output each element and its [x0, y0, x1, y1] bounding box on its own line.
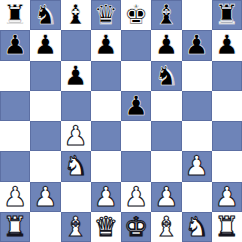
black-pawn-a7: ♟	[3, 30, 27, 60]
square-b8[interactable]: ♞	[30, 0, 60, 30]
square-e6[interactable]	[121, 61, 151, 91]
square-d8[interactable]: ♛	[91, 0, 121, 30]
square-b7[interactable]: ♟	[30, 30, 60, 60]
square-g4[interactable]	[182, 121, 212, 151]
square-d6[interactable]	[91, 61, 121, 91]
square-f7[interactable]: ♟	[151, 30, 181, 60]
white-pawn-b2: ♟	[33, 182, 57, 212]
black-knight-f6: ♞	[154, 61, 178, 91]
square-c5[interactable]	[61, 91, 91, 121]
square-h8[interactable]: ♜	[212, 0, 242, 30]
square-h4[interactable]	[212, 121, 242, 151]
square-d7[interactable]: ♟	[91, 30, 121, 60]
square-e4[interactable]	[121, 121, 151, 151]
square-h7[interactable]: ♟	[212, 30, 242, 60]
white-king-e1: ♚	[124, 212, 148, 242]
white-pawn-d2: ♟	[94, 182, 118, 212]
square-b5[interactable]	[30, 91, 60, 121]
square-e8[interactable]: ♚	[121, 0, 151, 30]
white-bishop-f1: ♝	[154, 212, 178, 242]
square-c1[interactable]: ♝	[61, 212, 91, 242]
black-king-e8: ♚	[124, 0, 148, 30]
square-e1[interactable]: ♚	[121, 212, 151, 242]
square-b6[interactable]	[30, 61, 60, 91]
square-d4[interactable]	[91, 121, 121, 151]
square-a5[interactable]	[0, 91, 30, 121]
square-a3[interactable]	[0, 151, 30, 181]
square-f8[interactable]: ♝	[151, 0, 181, 30]
square-c4[interactable]: ♟	[61, 121, 91, 151]
square-a7[interactable]: ♟	[0, 30, 30, 60]
square-a4[interactable]	[0, 121, 30, 151]
square-f1[interactable]: ♝	[151, 212, 181, 242]
black-pawn-g7: ♟	[185, 30, 209, 60]
square-g5[interactable]	[182, 91, 212, 121]
square-d2[interactable]: ♟	[91, 182, 121, 212]
black-pawn-b7: ♟	[33, 30, 57, 60]
white-queen-d1: ♛	[94, 212, 118, 242]
square-g6[interactable]	[182, 61, 212, 91]
square-f4[interactable]	[151, 121, 181, 151]
square-c7[interactable]	[61, 30, 91, 60]
square-d5[interactable]	[91, 91, 121, 121]
black-pawn-e5: ♟	[124, 91, 148, 121]
square-g2[interactable]	[182, 182, 212, 212]
white-bishop-c1: ♝	[64, 212, 88, 242]
square-h2[interactable]: ♟	[212, 182, 242, 212]
black-rook-a8: ♜	[3, 0, 27, 30]
white-pawn-g3: ♟	[185, 151, 209, 181]
square-e2[interactable]: ♟	[121, 182, 151, 212]
square-h6[interactable]	[212, 61, 242, 91]
white-knight-g1: ♞	[185, 212, 209, 242]
chess-board: ♜♞♝♛♚♝♜♟♟♟♟♟♟♟♞♟♟♞♟♟♟♟♟♟♟♜♝♛♚♝♞♜	[0, 0, 242, 242]
square-c3[interactable]: ♞	[61, 151, 91, 181]
square-c2[interactable]	[61, 182, 91, 212]
square-f5[interactable]	[151, 91, 181, 121]
square-h5[interactable]	[212, 91, 242, 121]
black-pawn-f7: ♟	[154, 30, 178, 60]
square-h3[interactable]	[212, 151, 242, 181]
square-b3[interactable]	[30, 151, 60, 181]
square-d1[interactable]: ♛	[91, 212, 121, 242]
square-a6[interactable]	[0, 61, 30, 91]
black-knight-b8: ♞	[33, 0, 57, 30]
black-bishop-f8: ♝	[154, 0, 178, 30]
square-e3[interactable]	[121, 151, 151, 181]
square-f3[interactable]	[151, 151, 181, 181]
square-c8[interactable]: ♝	[61, 0, 91, 30]
white-rook-a1: ♜	[3, 212, 27, 242]
black-rook-h8: ♜	[215, 0, 239, 30]
white-pawn-c4: ♟	[64, 121, 88, 151]
black-pawn-d7: ♟	[94, 30, 118, 60]
square-g1[interactable]: ♞	[182, 212, 212, 242]
white-pawn-a2: ♟	[3, 182, 27, 212]
square-c6[interactable]: ♟	[61, 61, 91, 91]
square-g8[interactable]	[182, 0, 212, 30]
square-b2[interactable]: ♟	[30, 182, 60, 212]
square-g3[interactable]: ♟	[182, 151, 212, 181]
square-a8[interactable]: ♜	[0, 0, 30, 30]
square-e5[interactable]: ♟	[121, 91, 151, 121]
white-pawn-e2: ♟	[124, 182, 148, 212]
black-bishop-c8: ♝	[64, 0, 88, 30]
square-h1[interactable]: ♜	[212, 212, 242, 242]
square-a1[interactable]: ♜	[0, 212, 30, 242]
square-d3[interactable]	[91, 151, 121, 181]
white-pawn-f2: ♟	[154, 182, 178, 212]
square-b4[interactable]	[30, 121, 60, 151]
square-f2[interactable]: ♟	[151, 182, 181, 212]
white-rook-h1: ♜	[215, 212, 239, 242]
black-queen-d8: ♛	[94, 0, 118, 30]
white-pawn-h2: ♟	[215, 182, 239, 212]
square-b1[interactable]	[30, 212, 60, 242]
square-g7[interactable]: ♟	[182, 30, 212, 60]
square-e7[interactable]	[121, 30, 151, 60]
square-a2[interactable]: ♟	[0, 182, 30, 212]
black-pawn-c6: ♟	[64, 61, 88, 91]
white-knight-c3: ♞	[64, 151, 88, 181]
square-f6[interactable]: ♞	[151, 61, 181, 91]
black-pawn-h7: ♟	[215, 30, 239, 60]
